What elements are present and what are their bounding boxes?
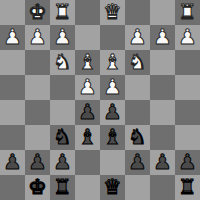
black-pawn-piece[interactable]: ♟ (150, 150, 175, 175)
square-e6[interactable]: ♝ (75, 125, 100, 150)
square-f2[interactable]: ♟ (50, 25, 75, 50)
black-knight-piece[interactable]: ♞ (50, 125, 75, 150)
square-c1[interactable] (125, 0, 150, 25)
square-d2[interactable] (100, 25, 125, 50)
black-pawn-piece[interactable]: ♟ (75, 100, 100, 125)
square-h3[interactable] (0, 50, 25, 75)
square-e4[interactable]: ♟ (75, 75, 100, 100)
square-e2[interactable] (75, 25, 100, 50)
square-c4[interactable] (125, 75, 150, 100)
square-d1[interactable]: ♛ (100, 0, 125, 25)
square-f3[interactable]: ♞ (50, 50, 75, 75)
white-knight-piece[interactable]: ♞ (50, 50, 75, 75)
white-bishop-piece[interactable]: ♝ (75, 50, 100, 75)
black-king-piece[interactable]: ♚ (25, 175, 50, 200)
square-g5[interactable] (25, 100, 50, 125)
white-pawn-piece[interactable]: ♟ (75, 75, 100, 100)
square-a8[interactable]: ♜ (175, 175, 200, 200)
black-knight-piece[interactable]: ♞ (125, 125, 150, 150)
square-g2[interactable]: ♟ (25, 25, 50, 50)
square-b6[interactable] (150, 125, 175, 150)
square-f8[interactable]: ♜ (50, 175, 75, 200)
square-b4[interactable] (150, 75, 175, 100)
square-h8[interactable] (0, 175, 25, 200)
square-b3[interactable] (150, 50, 175, 75)
square-h6[interactable] (0, 125, 25, 150)
white-pawn-piece[interactable]: ♟ (175, 25, 200, 50)
square-b5[interactable] (150, 100, 175, 125)
square-e1[interactable] (75, 0, 100, 25)
white-king-piece[interactable]: ♚ (25, 0, 50, 25)
black-rook-piece[interactable]: ♜ (175, 175, 200, 200)
square-g8[interactable]: ♚ (25, 175, 50, 200)
white-rook-piece[interactable]: ♜ (175, 0, 200, 25)
square-g7[interactable]: ♟ (25, 150, 50, 175)
square-c8[interactable] (125, 175, 150, 200)
square-f6[interactable]: ♞ (50, 125, 75, 150)
square-a1[interactable]: ♜ (175, 0, 200, 25)
black-pawn-piece[interactable]: ♟ (100, 100, 125, 125)
black-pawn-piece[interactable]: ♟ (0, 150, 25, 175)
square-c2[interactable]: ♟ (125, 25, 150, 50)
square-e5[interactable]: ♟ (75, 100, 100, 125)
square-c7[interactable]: ♟ (125, 150, 150, 175)
white-bishop-piece[interactable]: ♝ (100, 50, 125, 75)
black-bishop-piece[interactable]: ♝ (100, 125, 125, 150)
square-a2[interactable]: ♟ (175, 25, 200, 50)
square-f5[interactable] (50, 100, 75, 125)
square-c3[interactable]: ♞ (125, 50, 150, 75)
square-d7[interactable] (100, 150, 125, 175)
square-a6[interactable] (175, 125, 200, 150)
square-a5[interactable] (175, 100, 200, 125)
square-e3[interactable]: ♝ (75, 50, 100, 75)
square-d6[interactable]: ♝ (100, 125, 125, 150)
square-g3[interactable] (25, 50, 50, 75)
square-b8[interactable] (150, 175, 175, 200)
square-f1[interactable]: ♜ (50, 0, 75, 25)
square-h4[interactable] (0, 75, 25, 100)
square-h1[interactable] (0, 0, 25, 25)
chess-board: ♚♜♛♜♟♟♟♟♟♟♞♝♝♞♟♟♟♟♞♝♝♞♟♟♟♟♟♟♚♜♛♜ (0, 0, 200, 200)
square-d3[interactable]: ♝ (100, 50, 125, 75)
square-e8[interactable] (75, 175, 100, 200)
square-b1[interactable] (150, 0, 175, 25)
black-pawn-piece[interactable]: ♟ (50, 150, 75, 175)
square-c5[interactable] (125, 100, 150, 125)
square-d4[interactable]: ♟ (100, 75, 125, 100)
white-pawn-piece[interactable]: ♟ (150, 25, 175, 50)
square-f7[interactable]: ♟ (50, 150, 75, 175)
square-a3[interactable] (175, 50, 200, 75)
black-pawn-piece[interactable]: ♟ (175, 150, 200, 175)
square-g4[interactable] (25, 75, 50, 100)
square-h2[interactable]: ♟ (0, 25, 25, 50)
square-a7[interactable]: ♟ (175, 150, 200, 175)
white-pawn-piece[interactable]: ♟ (0, 25, 25, 50)
black-bishop-piece[interactable]: ♝ (75, 125, 100, 150)
black-queen-piece[interactable]: ♛ (100, 175, 125, 200)
white-pawn-piece[interactable]: ♟ (50, 25, 75, 50)
white-pawn-piece[interactable]: ♟ (100, 75, 125, 100)
black-pawn-piece[interactable]: ♟ (25, 150, 50, 175)
square-c6[interactable]: ♞ (125, 125, 150, 150)
square-g1[interactable]: ♚ (25, 0, 50, 25)
square-d5[interactable]: ♟ (100, 100, 125, 125)
white-pawn-piece[interactable]: ♟ (25, 25, 50, 50)
square-b2[interactable]: ♟ (150, 25, 175, 50)
white-knight-piece[interactable]: ♞ (125, 50, 150, 75)
square-d8[interactable]: ♛ (100, 175, 125, 200)
square-h7[interactable]: ♟ (0, 150, 25, 175)
square-g6[interactable] (25, 125, 50, 150)
square-e7[interactable] (75, 150, 100, 175)
square-b7[interactable]: ♟ (150, 150, 175, 175)
white-rook-piece[interactable]: ♜ (50, 0, 75, 25)
white-queen-piece[interactable]: ♛ (100, 0, 125, 25)
square-h5[interactable] (0, 100, 25, 125)
white-pawn-piece[interactable]: ♟ (125, 25, 150, 50)
square-a4[interactable] (175, 75, 200, 100)
square-f4[interactable] (50, 75, 75, 100)
black-pawn-piece[interactable]: ♟ (125, 150, 150, 175)
black-rook-piece[interactable]: ♜ (50, 175, 75, 200)
